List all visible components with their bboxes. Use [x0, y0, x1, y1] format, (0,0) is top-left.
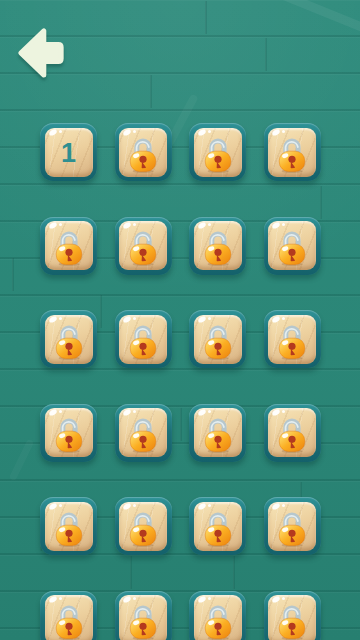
padlock-icon: [126, 135, 160, 173]
left-arrow-icon: [17, 26, 65, 80]
level-tile-10[interactable]: [115, 310, 172, 368]
padlock-icon: [52, 322, 86, 360]
level-tile-24[interactable]: [264, 591, 321, 640]
tile-face: [45, 221, 93, 270]
level-tile-2[interactable]: [115, 123, 172, 181]
padlock-icon: [201, 228, 235, 266]
level-select-screen: 1: [0, 0, 360, 640]
level-tile-11[interactable]: [189, 310, 246, 368]
level-tile-23[interactable]: [189, 591, 246, 640]
tile-gloss-icon: [282, 130, 285, 133]
level-tile-14[interactable]: [115, 404, 172, 462]
tile-face: [119, 595, 167, 640]
level-grid: 1: [40, 123, 321, 640]
tile-face: [194, 221, 242, 270]
tile-face: [268, 502, 316, 551]
tile-face: 1: [45, 128, 93, 177]
tile-gloss-icon: [208, 130, 211, 133]
tile-face: [268, 408, 316, 457]
padlock-icon: [52, 228, 86, 266]
level-tile-20[interactable]: [264, 497, 321, 555]
level-tile-1[interactable]: 1: [40, 123, 97, 181]
tile-gloss-icon: [59, 597, 62, 600]
brick-highlight-streak: [9, 439, 35, 482]
back-button[interactable]: [15, 24, 67, 84]
tile-face: [194, 128, 242, 177]
padlock-icon: [201, 509, 235, 547]
tile-face: [268, 595, 316, 640]
padlock-icon: [201, 602, 235, 640]
level-tile-4[interactable]: [264, 123, 321, 181]
level-tile-13[interactable]: [40, 404, 97, 462]
level-tile-8[interactable]: [264, 217, 321, 275]
padlock-icon: [275, 135, 309, 173]
tile-gloss-icon: [133, 130, 136, 133]
brick-seam: [150, 75, 152, 108]
tile-gloss-icon: [59, 317, 62, 320]
padlock-icon: [275, 415, 309, 453]
padlock-icon: [52, 509, 86, 547]
tile-gloss-icon: [133, 504, 136, 507]
tile-face: [119, 502, 167, 551]
padlock-icon: [201, 135, 235, 173]
tile-face: [268, 221, 316, 270]
level-tile-22[interactable]: [115, 591, 172, 640]
padlock-icon: [52, 415, 86, 453]
tile-gloss-icon: [59, 504, 62, 507]
tile-gloss-icon: [133, 223, 136, 226]
tile-gloss-icon: [282, 223, 285, 226]
padlock-icon: [126, 509, 160, 547]
tile-face: [194, 502, 242, 551]
tile-gloss-icon: [133, 597, 136, 600]
tile-face: [45, 408, 93, 457]
brick-seam: [265, 38, 267, 71]
level-tile-3[interactable]: [189, 123, 246, 181]
level-tile-9[interactable]: [40, 310, 97, 368]
tile-gloss-icon: [133, 410, 136, 413]
level-tile-18[interactable]: [115, 497, 172, 555]
brick-highlight-streak: [240, 0, 360, 39]
level-tile-17[interactable]: [40, 497, 97, 555]
level-tile-6[interactable]: [115, 217, 172, 275]
level-number: 1: [61, 138, 76, 167]
tile-face: [194, 408, 242, 457]
tile-face: [194, 595, 242, 640]
tile-gloss-icon: [282, 410, 285, 413]
padlock-icon: [126, 322, 160, 360]
level-tile-21[interactable]: [40, 591, 97, 640]
tile-face: [268, 128, 316, 177]
brick-seam: [205, 1, 207, 34]
tile-gloss-icon: [208, 504, 211, 507]
tile-gloss-icon: [133, 317, 136, 320]
padlock-icon: [201, 322, 235, 360]
tile-face: [119, 128, 167, 177]
tile-face: [119, 408, 167, 457]
tile-gloss-icon: [208, 223, 211, 226]
tile-gloss-icon: [208, 410, 211, 413]
tile-gloss-icon: [282, 597, 285, 600]
padlock-icon: [275, 322, 309, 360]
level-tile-12[interactable]: [264, 310, 321, 368]
padlock-icon: [126, 228, 160, 266]
tile-face: [45, 595, 93, 640]
level-tile-15[interactable]: [189, 404, 246, 462]
padlock-icon: [52, 602, 86, 640]
level-tile-5[interactable]: [40, 217, 97, 275]
padlock-icon: [126, 602, 160, 640]
tile-face: [119, 221, 167, 270]
tile-gloss-icon: [59, 223, 62, 226]
tile-gloss-icon: [59, 410, 62, 413]
tile-gloss-icon: [48, 128, 57, 136]
level-tile-19[interactable]: [189, 497, 246, 555]
tile-gloss-icon: [208, 597, 211, 600]
padlock-icon: [275, 228, 309, 266]
tile-gloss-icon: [59, 130, 62, 133]
tile-face: [45, 315, 93, 364]
tile-face: [119, 315, 167, 364]
tile-face: [194, 315, 242, 364]
tile-gloss-icon: [282, 504, 285, 507]
padlock-icon: [201, 415, 235, 453]
tile-face: [45, 502, 93, 551]
tile-gloss-icon: [208, 317, 211, 320]
padlock-icon: [275, 509, 309, 547]
padlock-icon: [275, 602, 309, 640]
level-tile-16[interactable]: [264, 404, 321, 462]
tile-gloss-icon: [282, 317, 285, 320]
tile-face: [268, 315, 316, 364]
level-tile-7[interactable]: [189, 217, 246, 275]
brick-seam: [12, 258, 14, 291]
padlock-icon: [126, 415, 160, 453]
